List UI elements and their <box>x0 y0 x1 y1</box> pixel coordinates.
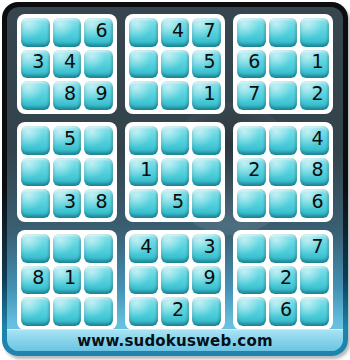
given-digit: 8 <box>32 268 44 287</box>
given-digit: 2 <box>248 160 260 179</box>
cell-r1c3[interactable]: 6 <box>84 18 113 47</box>
cell-r9c2[interactable] <box>53 297 82 326</box>
cell-r7c3[interactable] <box>84 234 113 263</box>
given-digit: 2 <box>312 84 324 103</box>
cell-r5c5[interactable] <box>161 158 190 187</box>
cell-r6c8[interactable] <box>269 189 298 218</box>
cell-r3c6[interactable]: 1 <box>192 81 221 110</box>
cell-r3c9[interactable]: 2 <box>300 81 329 110</box>
cell-r6c6[interactable] <box>192 189 221 218</box>
cell-r1c4[interactable] <box>129 18 158 47</box>
given-digit: 6 <box>280 300 292 319</box>
cell-r6c9[interactable]: 6 <box>300 189 329 218</box>
cell-r5c1[interactable] <box>21 158 50 187</box>
site-link[interactable]: www.sudokusweb.com <box>77 332 272 350</box>
given-digit: 3 <box>64 192 76 211</box>
cell-r5c2[interactable] <box>53 158 82 187</box>
cell-r3c5[interactable] <box>161 81 190 110</box>
sudoku-board: 6348947516172538154286814392726 <box>17 14 333 330</box>
given-digit: 2 <box>172 300 184 319</box>
cell-r9c4[interactable] <box>129 297 158 326</box>
given-digit: 9 <box>96 84 108 103</box>
box-6: 4286 <box>233 122 333 222</box>
sudoku-widget: 6348947516172538154286814392726 www.sudo… <box>2 2 348 356</box>
cell-r8c8[interactable]: 2 <box>269 266 298 295</box>
cell-r6c7[interactable] <box>237 189 266 218</box>
cell-r2c3[interactable] <box>84 50 113 79</box>
cell-r8c4[interactable] <box>129 266 158 295</box>
cell-r2c6[interactable]: 5 <box>192 50 221 79</box>
cell-r1c9[interactable] <box>300 18 329 47</box>
given-digit: 6 <box>248 52 260 71</box>
cell-r2c9[interactable]: 1 <box>300 50 329 79</box>
cell-r9c5[interactable]: 2 <box>161 297 190 326</box>
footer-band: www.sudokusweb.com <box>7 329 343 351</box>
cell-r4c5[interactable] <box>161 126 190 155</box>
box-2: 4751 <box>125 14 225 114</box>
cell-r5c8[interactable] <box>269 158 298 187</box>
cell-r8c6[interactable]: 9 <box>192 266 221 295</box>
given-digit: 7 <box>204 21 216 40</box>
given-digit: 8 <box>64 84 76 103</box>
box-3: 6172 <box>233 14 333 114</box>
cell-r5c6[interactable] <box>192 158 221 187</box>
given-digit: 1 <box>140 160 152 179</box>
box-5: 15 <box>125 122 225 222</box>
cell-r8c3[interactable] <box>84 266 113 295</box>
cell-r9c7[interactable] <box>237 297 266 326</box>
box-4: 538 <box>17 122 117 222</box>
cell-r3c4[interactable] <box>129 81 158 110</box>
given-digit: 1 <box>312 52 324 71</box>
given-digit: 5 <box>64 129 76 148</box>
cell-r7c2[interactable] <box>53 234 82 263</box>
box-9: 726 <box>233 230 333 330</box>
cell-r6c1[interactable] <box>21 189 50 218</box>
cell-r7c5[interactable] <box>161 234 190 263</box>
cell-r2c7[interactable]: 6 <box>237 50 266 79</box>
given-digit: 4 <box>172 21 184 40</box>
given-digit: 5 <box>204 52 216 71</box>
cell-r7c1[interactable] <box>21 234 50 263</box>
cell-r9c6[interactable] <box>192 297 221 326</box>
given-digit: 3 <box>204 237 216 256</box>
cell-r7c7[interactable] <box>237 234 266 263</box>
cell-r9c8[interactable]: 6 <box>269 297 298 326</box>
cell-r1c6[interactable]: 7 <box>192 18 221 47</box>
cell-r4c8[interactable] <box>269 126 298 155</box>
cell-r6c2[interactable]: 3 <box>53 189 82 218</box>
cell-r5c3[interactable] <box>84 158 113 187</box>
cell-r2c5[interactable] <box>161 50 190 79</box>
cell-r3c7[interactable]: 7 <box>237 81 266 110</box>
given-digit: 9 <box>204 268 216 287</box>
cell-r5c7[interactable]: 2 <box>237 158 266 187</box>
cell-r5c4[interactable]: 1 <box>129 158 158 187</box>
cell-r4c3[interactable] <box>84 126 113 155</box>
sudoku-panel: 6348947516172538154286814392726 www.sudo… <box>7 7 343 351</box>
cell-r2c4[interactable] <box>129 50 158 79</box>
given-digit: 4 <box>312 129 324 148</box>
given-digit: 6 <box>312 192 324 211</box>
cell-r1c5[interactable]: 4 <box>161 18 190 47</box>
given-digit: 2 <box>280 268 292 287</box>
given-digit: 7 <box>248 84 260 103</box>
given-digit: 5 <box>172 192 184 211</box>
cell-r6c4[interactable] <box>129 189 158 218</box>
given-digit: 8 <box>96 192 108 211</box>
given-digit: 8 <box>312 160 324 179</box>
cell-r6c3[interactable]: 8 <box>84 189 113 218</box>
cell-r7c4[interactable]: 4 <box>129 234 158 263</box>
cell-r1c8[interactable] <box>269 18 298 47</box>
cell-r1c1[interactable] <box>21 18 50 47</box>
given-digit: 7 <box>312 237 324 256</box>
given-digit: 1 <box>204 84 216 103</box>
cell-r6c5[interactable]: 5 <box>161 189 190 218</box>
cell-r1c7[interactable] <box>237 18 266 47</box>
given-digit: 6 <box>96 21 108 40</box>
box-1: 63489 <box>17 14 117 114</box>
cell-r2c1[interactable]: 3 <box>21 50 50 79</box>
given-digit: 3 <box>32 52 44 71</box>
cell-r9c3[interactable] <box>84 297 113 326</box>
cell-r7c9[interactable]: 7 <box>300 234 329 263</box>
cell-r3c8[interactable] <box>269 81 298 110</box>
cell-r2c2[interactable]: 4 <box>53 50 82 79</box>
cell-r8c2[interactable]: 1 <box>53 266 82 295</box>
cell-r4c1[interactable] <box>21 126 50 155</box>
cell-r7c8[interactable] <box>269 234 298 263</box>
cell-r7c6[interactable]: 3 <box>192 234 221 263</box>
cell-r8c7[interactable] <box>237 266 266 295</box>
cell-r8c9[interactable] <box>300 266 329 295</box>
cell-r8c5[interactable] <box>161 266 190 295</box>
cell-r4c2[interactable]: 5 <box>53 126 82 155</box>
given-digit: 4 <box>140 237 152 256</box>
cell-r4c6[interactable] <box>192 126 221 155</box>
cell-r4c9[interactable]: 4 <box>300 126 329 155</box>
box-8: 4392 <box>125 230 225 330</box>
given-digit: 4 <box>64 52 76 71</box>
cell-r9c1[interactable] <box>21 297 50 326</box>
cell-r3c2[interactable]: 8 <box>53 81 82 110</box>
cell-r5c9[interactable]: 8 <box>300 158 329 187</box>
cell-r3c1[interactable] <box>21 81 50 110</box>
cell-r8c1[interactable]: 8 <box>21 266 50 295</box>
cell-r4c7[interactable] <box>237 126 266 155</box>
given-digit: 1 <box>64 268 76 287</box>
cell-r9c9[interactable] <box>300 297 329 326</box>
cell-r3c3[interactable]: 9 <box>84 81 113 110</box>
cell-r1c2[interactable] <box>53 18 82 47</box>
cell-r4c4[interactable] <box>129 126 158 155</box>
box-7: 81 <box>17 230 117 330</box>
cell-r2c8[interactable] <box>269 50 298 79</box>
